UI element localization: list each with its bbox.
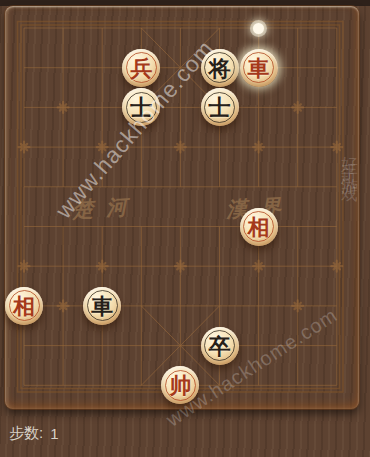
piece-black-soldier[interactable]: 卒 — [201, 327, 239, 365]
piece-glyph: 士 — [209, 96, 231, 118]
piece-red-elephant[interactable]: 相 — [5, 287, 43, 325]
piece-black-advisor[interactable]: 士 — [201, 88, 239, 126]
piece-glyph: 卒 — [209, 335, 231, 357]
piece-black-general[interactable]: 将 — [201, 49, 239, 87]
xiangqi-app: 楚河 漢界 兵将車士士相相車卒帅 www.hackhome.com www.ha… — [0, 0, 370, 457]
piece-glyph: 将 — [209, 57, 231, 79]
xiangqi-board[interactable] — [5, 6, 359, 409]
piece-glyph: 相 — [13, 295, 35, 317]
piece-glyph: 兵 — [130, 57, 152, 79]
move-count-value: 1 — [50, 425, 58, 442]
move-count-label: 步数: — [9, 424, 43, 443]
piece-red-elephant[interactable]: 相 — [240, 208, 278, 246]
piece-glyph: 車 — [91, 295, 113, 317]
piece-glyph: 車 — [248, 57, 270, 79]
piece-black-chariot[interactable]: 車 — [83, 287, 121, 325]
piece-glyph: 帅 — [169, 374, 191, 396]
piece-glyph: 士 — [130, 96, 152, 118]
last-move-origin-marker — [253, 23, 264, 34]
piece-red-chariot[interactable]: 車 — [240, 49, 278, 87]
piece-glyph: 相 — [248, 216, 270, 238]
piece-red-soldier[interactable]: 兵 — [122, 49, 160, 87]
status-bar: 步数: 1 — [9, 424, 59, 443]
